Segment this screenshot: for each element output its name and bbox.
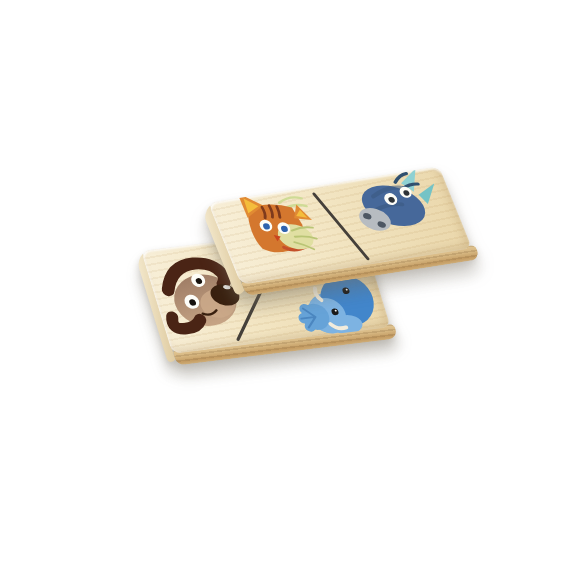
tile1-face [208, 166, 472, 284]
donkey-face-graphic [341, 166, 453, 240]
donkey-half [341, 166, 453, 240]
tile-cat-donkey-wrapper [0, 0, 570, 570]
domino-tile-cat-donkey[interactable] [208, 166, 472, 284]
white-background-scene [0, 0, 570, 570]
